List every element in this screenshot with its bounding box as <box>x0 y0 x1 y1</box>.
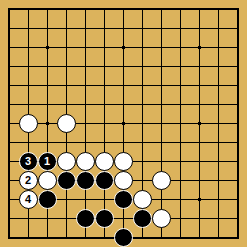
move-number-label: 4 <box>25 193 31 204</box>
black-stone <box>114 228 133 247</box>
star-point <box>198 46 201 49</box>
move-number-label: 3 <box>25 155 31 166</box>
black-stone <box>95 209 114 228</box>
black-stone <box>57 171 76 190</box>
white-stone <box>152 209 171 228</box>
black-stone <box>114 190 133 209</box>
star-point <box>122 46 125 49</box>
go-board: 3124 <box>0 0 247 247</box>
move-3-black-stone: 3 <box>19 152 38 171</box>
black-stone <box>76 171 95 190</box>
move-4-white-stone: 4 <box>19 190 38 209</box>
white-stone <box>38 171 57 190</box>
star-point <box>122 122 125 125</box>
move-number-label: 1 <box>44 155 50 166</box>
white-stone <box>95 152 114 171</box>
black-stone <box>95 171 114 190</box>
star-point <box>198 198 201 201</box>
black-stone <box>133 209 152 228</box>
star-point <box>46 46 49 49</box>
white-stone <box>76 152 95 171</box>
move-1-black-stone: 1 <box>38 152 57 171</box>
black-stone <box>38 190 57 209</box>
white-stone <box>114 152 133 171</box>
white-stone <box>152 171 171 190</box>
move-2-white-stone: 2 <box>19 171 38 190</box>
black-stone <box>76 209 95 228</box>
white-stone <box>19 114 38 133</box>
move-number-label: 2 <box>25 174 31 185</box>
star-point <box>198 122 201 125</box>
white-stone <box>57 114 76 133</box>
white-stone <box>133 190 152 209</box>
white-stone <box>57 152 76 171</box>
star-point <box>46 122 49 125</box>
white-stone <box>114 171 133 190</box>
board-grid[interactable]: 3124 <box>0 0 247 247</box>
